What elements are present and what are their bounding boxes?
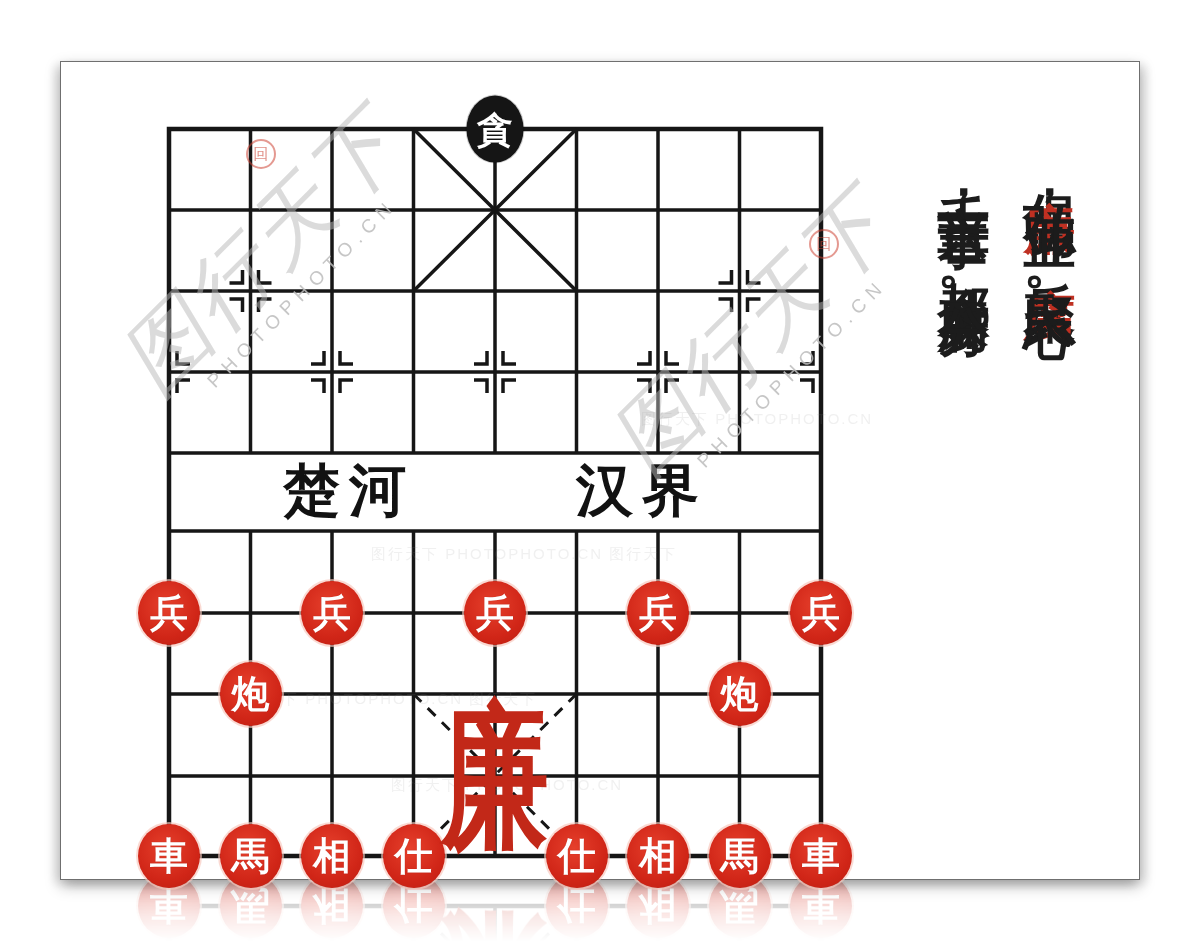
piece-red-炮: 炮 xyxy=(709,662,771,726)
page-reflection-clone: 楚河 汉界 貪兵兵兵兵兵炮炮車馬相仕仕相馬車 廉 倡廉弘伟业，反腐聚民心。 千古… xyxy=(60,882,1140,944)
piece-red-相: 相 xyxy=(627,824,689,888)
calligraphy-column-left: 千古兴亡事，都从廉腐分。 xyxy=(937,152,989,868)
reflection-bottom: 楚河 汉界 貪兵兵兵兵兵炮炮車馬相仕仕相馬車 廉 倡廉弘伟业，反腐聚民心。 千古… xyxy=(60,882,1142,944)
piece-red-車: 車 xyxy=(138,824,200,888)
piece-black-貪: 貪 xyxy=(467,96,524,163)
reflection-bottom-mirror: 楚河 汉界 貪兵兵兵兵兵炮炮車馬相仕仕相馬車 廉 倡廉弘伟业，反腐聚民心。 千古… xyxy=(60,882,1140,944)
lian-integrity-calligraphy: 廉 xyxy=(441,700,550,856)
piece-red-車: 車 xyxy=(790,882,852,938)
lian-integrity-calligraphy: 廉 xyxy=(441,906,550,944)
screenshot-root: { "game": "xiangqi", "position": { "fen"… xyxy=(0,0,1200,944)
calligraphy-char: 。 xyxy=(1021,270,1078,328)
piece-red-馬: 馬 xyxy=(220,824,282,888)
poster-page: 楚河 汉界 貪兵兵兵兵兵炮炮車馬相仕仕相馬車 廉 倡廉弘伟业，反腐聚民心。 千古… xyxy=(60,61,1140,880)
calligraphy-column-right: 倡廉弘伟业，反腐聚民心。 xyxy=(1023,152,1075,868)
reflection-right-mirror: 楚河 汉界 貪兵兵兵兵兵炮炮車馬相仕仕相馬車 廉 倡廉弘伟业，反腐聚民心。 千古… xyxy=(1142,61,1200,880)
watermark-red-stamp-icon: 回 xyxy=(246,139,276,169)
calligraphy-char: 。 xyxy=(935,270,992,328)
calligraphy-char: ， xyxy=(1021,182,1078,240)
piece-red-兵: 兵 xyxy=(464,581,526,645)
calligraphy-column-left: 千古兴亡事，都从廉腐分。 xyxy=(61,894,113,944)
watermark-faint-row: 图行天下 PHOTOPHOTO.CN xyxy=(641,410,873,429)
watermark-logo: 图行天下PHOTOPHOTO.CN xyxy=(1169,342,1200,452)
watermark-red-stamp-icon: 回 xyxy=(809,229,839,259)
piece-red-車: 車 xyxy=(790,824,852,888)
piece-red-仕: 仕 xyxy=(546,824,608,888)
piece-red-兵: 兵 xyxy=(627,581,689,645)
watermark-faint-row: 图行天下 PHOTOPHOTO.CN 图行天下 xyxy=(371,545,677,564)
calligraphy-char: ， xyxy=(935,182,992,240)
river-label-han-jie: 汉界 xyxy=(576,462,708,519)
piece-red-炮: 炮 xyxy=(220,662,282,726)
piece-red-兵: 兵 xyxy=(138,581,200,645)
river-label-chu-he: 楚河 xyxy=(283,462,415,519)
piece-red-相: 相 xyxy=(301,824,363,888)
piece-red-兵: 兵 xyxy=(301,581,363,645)
poster-canvas: 楚河 汉界 貪兵兵兵兵兵炮炮車馬相仕仕相馬車 廉 倡廉弘伟业，反腐聚民心。 千古… xyxy=(0,0,1200,944)
piece-red-兵: 兵 xyxy=(790,581,852,645)
piece-red-仕: 仕 xyxy=(383,824,445,888)
page-reflection-clone: 楚河 汉界 貪兵兵兵兵兵炮炮車馬相仕仕相馬車 廉 倡廉弘伟业，反腐聚民心。 千古… xyxy=(1142,61,1200,880)
reflection-right: 楚河 汉界 貪兵兵兵兵兵炮炮車馬相仕仕相馬車 廉 倡廉弘伟业，反腐聚民心。 千古… xyxy=(1142,61,1200,882)
piece-red-馬: 馬 xyxy=(709,824,771,888)
